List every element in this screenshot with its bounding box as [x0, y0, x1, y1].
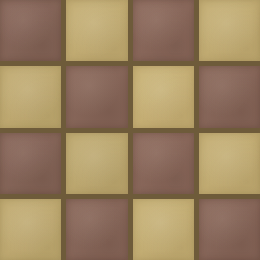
square-r3c1-dark[interactable]	[0, 133, 61, 194]
square-r2c2-dark[interactable]	[66, 66, 127, 127]
square-r1c4-light[interactable]	[199, 0, 260, 61]
square-r3c2-light[interactable]	[66, 133, 127, 194]
square-r1c3-dark[interactable]	[133, 0, 194, 61]
square-r4c2-dark[interactable]	[66, 199, 127, 260]
square-r2c1-light[interactable]	[0, 66, 61, 127]
square-r4c3-light[interactable]	[133, 199, 194, 260]
square-r4c4-dark[interactable]	[199, 199, 260, 260]
square-r3c3-dark[interactable]	[133, 133, 194, 194]
square-r1c1-dark[interactable]	[0, 0, 61, 61]
square-r3c4-light[interactable]	[199, 133, 260, 194]
square-r2c4-dark[interactable]	[199, 66, 260, 127]
checkerboard	[0, 0, 260, 260]
square-r2c3-light[interactable]	[133, 66, 194, 127]
square-r4c1-light[interactable]	[0, 199, 61, 260]
square-r1c2-light[interactable]	[66, 0, 127, 61]
